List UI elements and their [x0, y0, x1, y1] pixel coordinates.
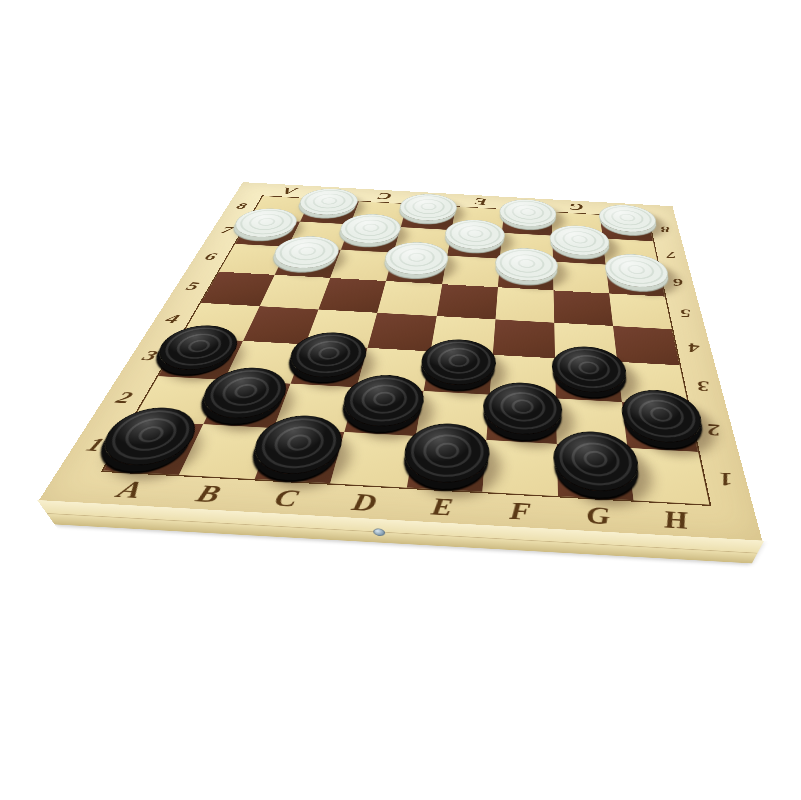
square-d6[interactable] — [386, 253, 447, 284]
square-g5[interactable] — [553, 291, 613, 326]
square-h4[interactable] — [613, 326, 680, 365]
square-f1[interactable] — [482, 440, 558, 496]
rank-label-right-8: 8 — [649, 217, 682, 243]
board-surface: ABCDEFGH ABCDEFGH 87654321 87654321 — [38, 182, 762, 541]
square-e6[interactable] — [442, 256, 500, 288]
square-e7[interactable] — [447, 230, 502, 259]
square-c3[interactable] — [290, 344, 367, 387]
square-g3[interactable] — [554, 358, 621, 402]
square-h5[interactable] — [609, 294, 672, 329]
square-h2[interactable] — [621, 402, 697, 452]
square-b6[interactable] — [274, 247, 340, 278]
square-f6[interactable] — [497, 259, 553, 291]
square-f8[interactable] — [501, 209, 551, 235]
photo-background: ABCDEFGH ABCDEFGH 87654321 87654321 — [0, 0, 801, 800]
perspective-wrapper: ABCDEFGH ABCDEFGH 87654321 87654321 — [0, 0, 801, 800]
square-f5[interactable] — [495, 287, 554, 322]
playing-grid — [100, 195, 711, 506]
square-d4[interactable] — [367, 313, 436, 352]
square-f4[interactable] — [492, 319, 554, 358]
rank-label-right-5: 5 — [666, 297, 706, 331]
square-d2[interactable] — [344, 387, 423, 436]
square-d8[interactable] — [401, 204, 456, 230]
square-e1[interactable] — [406, 436, 486, 492]
square-c6[interactable] — [330, 250, 394, 281]
rank-label-right-7: 7 — [654, 241, 689, 269]
square-e5[interactable] — [436, 284, 497, 319]
square-a1[interactable] — [103, 420, 203, 475]
square-g1[interactable] — [556, 444, 633, 500]
square-h1[interactable] — [627, 448, 709, 505]
square-g7[interactable] — [552, 236, 605, 265]
square-g6[interactable] — [552, 262, 608, 294]
square-f2[interactable] — [486, 395, 557, 444]
square-h6[interactable] — [605, 265, 664, 297]
square-d5[interactable] — [377, 281, 441, 316]
hinge-screw — [373, 528, 386, 536]
square-c5[interactable] — [318, 278, 385, 313]
black-piece-c1[interactable] — [244, 414, 348, 477]
square-d1[interactable] — [330, 432, 415, 487]
black-piece-f2[interactable] — [481, 381, 563, 437]
checkers-board: ABCDEFGH ABCDEFGH 87654321 87654321 — [38, 182, 762, 541]
square-e3[interactable] — [423, 351, 492, 394]
square-c1[interactable] — [254, 428, 344, 483]
rank-label-right-6: 6 — [660, 267, 697, 298]
